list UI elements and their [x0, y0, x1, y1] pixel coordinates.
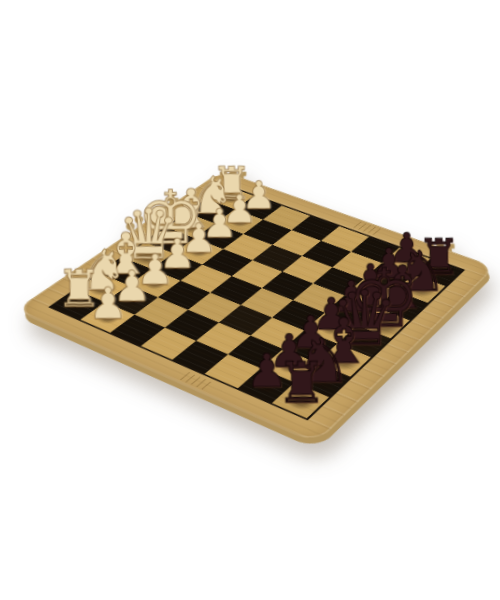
- chess-board: ♜♟♞♟♝♟♚♟♛♟♝♟♟♞♜♟♟♜♞♟♟♝♟♚♟♛♟♝♟♞♟♜: [15, 171, 496, 444]
- bamboo-frame: ♜♟♞♟♝♟♚♟♛♟♝♟♟♞♜♟♟♜♞♟♟♝♟♚♟♛♟♝♟♞♟♜: [15, 171, 496, 444]
- playing-area: ♜♟♞♟♝♟♚♟♛♟♝♟♟♞♜♟♟♜♞♟♟♝♟♚♟♛♟♝♟♞♟♜: [48, 185, 465, 421]
- chess-board-assembly: ♜♟♞♟♝♟♚♟♛♟♝♟♟♞♜♟♟♜♞♟♟♝♟♚♟♛♟♝♟♞♟♜: [77, 103, 446, 472]
- photo-stage: ♜♟♞♟♝♟♚♟♛♟♝♟♟♞♜♟♟♜♞♟♟♝♟♚♟♛♟♝♟♞♟♜: [0, 0, 500, 600]
